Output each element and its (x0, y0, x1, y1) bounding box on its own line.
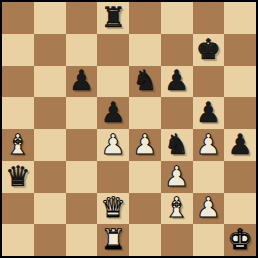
black-pawn-piece[interactable]: ♟ (164, 67, 189, 95)
square-g6[interactable] (193, 66, 225, 98)
white-pawn-piece[interactable]: ♟ (164, 163, 189, 191)
square-e4[interactable]: ♟ (129, 129, 161, 161)
black-pawn-piece[interactable]: ♟ (228, 131, 253, 159)
square-c1[interactable] (66, 224, 98, 256)
square-a1[interactable] (2, 224, 34, 256)
square-e5[interactable] (129, 97, 161, 129)
square-f2[interactable]: ♝ (161, 193, 193, 225)
square-b4[interactable] (34, 129, 66, 161)
square-f6[interactable]: ♟ (161, 66, 193, 98)
square-f5[interactable] (161, 97, 193, 129)
square-h4[interactable]: ♟ (224, 129, 256, 161)
square-g2[interactable]: ♟ (193, 193, 225, 225)
white-queen-piece[interactable]: ♛ (101, 194, 126, 222)
white-pawn-piece[interactable]: ♟ (196, 194, 221, 222)
square-a6[interactable] (2, 66, 34, 98)
black-pawn-piece[interactable]: ♟ (69, 67, 94, 95)
square-h7[interactable] (224, 34, 256, 66)
square-f4[interactable]: ♞ (161, 129, 193, 161)
white-king-piece[interactable]: ♚ (228, 226, 253, 254)
square-d3[interactable] (97, 161, 129, 193)
square-d5[interactable]: ♟ (97, 97, 129, 129)
black-rook-piece[interactable]: ♜ (101, 4, 126, 32)
square-g3[interactable] (193, 161, 225, 193)
square-a5[interactable] (2, 97, 34, 129)
black-queen-piece[interactable]: ♛ (5, 163, 30, 191)
square-d4[interactable]: ♟ (97, 129, 129, 161)
square-d7[interactable] (97, 34, 129, 66)
square-c5[interactable] (66, 97, 98, 129)
chess-board-grid: ♜♚♟♞♟♟♟♝♟♟♞♟♟♛♟♛♝♟♜♚ (2, 2, 256, 256)
square-b7[interactable] (34, 34, 66, 66)
square-b2[interactable] (34, 193, 66, 225)
square-c2[interactable] (66, 193, 98, 225)
square-d2[interactable]: ♛ (97, 193, 129, 225)
chess-board: ♜♚♟♞♟♟♟♝♟♟♞♟♟♛♟♛♝♟♜♚ (0, 0, 258, 258)
square-e3[interactable] (129, 161, 161, 193)
square-b5[interactable] (34, 97, 66, 129)
square-e1[interactable] (129, 224, 161, 256)
square-h2[interactable] (224, 193, 256, 225)
square-g1[interactable] (193, 224, 225, 256)
black-pawn-piece[interactable]: ♟ (196, 99, 221, 127)
white-pawn-piece[interactable]: ♟ (101, 131, 126, 159)
square-a2[interactable] (2, 193, 34, 225)
black-knight-piece[interactable]: ♞ (164, 131, 189, 159)
square-b3[interactable] (34, 161, 66, 193)
square-d8[interactable]: ♜ (97, 2, 129, 34)
white-pawn-piece[interactable]: ♟ (132, 131, 157, 159)
square-f8[interactable] (161, 2, 193, 34)
square-h1[interactable]: ♚ (224, 224, 256, 256)
square-e6[interactable]: ♞ (129, 66, 161, 98)
square-h3[interactable] (224, 161, 256, 193)
square-f3[interactable]: ♟ (161, 161, 193, 193)
black-pawn-piece[interactable]: ♟ (101, 99, 126, 127)
square-f1[interactable] (161, 224, 193, 256)
square-e7[interactable] (129, 34, 161, 66)
square-g5[interactable]: ♟ (193, 97, 225, 129)
square-a3[interactable]: ♛ (2, 161, 34, 193)
square-h5[interactable] (224, 97, 256, 129)
square-c7[interactable] (66, 34, 98, 66)
square-b1[interactable] (34, 224, 66, 256)
square-a7[interactable] (2, 34, 34, 66)
square-e2[interactable] (129, 193, 161, 225)
square-c6[interactable]: ♟ (66, 66, 98, 98)
square-h6[interactable] (224, 66, 256, 98)
white-pawn-piece[interactable]: ♟ (196, 131, 221, 159)
square-a8[interactable] (2, 2, 34, 34)
square-d1[interactable]: ♜ (97, 224, 129, 256)
white-bishop-piece[interactable]: ♝ (5, 131, 30, 159)
white-rook-piece[interactable]: ♜ (101, 226, 126, 254)
black-knight-piece[interactable]: ♞ (132, 67, 157, 95)
square-c3[interactable] (66, 161, 98, 193)
square-b6[interactable] (34, 66, 66, 98)
square-f7[interactable] (161, 34, 193, 66)
square-c4[interactable] (66, 129, 98, 161)
black-king-piece[interactable]: ♚ (196, 36, 221, 64)
square-c8[interactable] (66, 2, 98, 34)
square-g4[interactable]: ♟ (193, 129, 225, 161)
square-b8[interactable] (34, 2, 66, 34)
square-h8[interactable] (224, 2, 256, 34)
square-g8[interactable] (193, 2, 225, 34)
square-d6[interactable] (97, 66, 129, 98)
square-e8[interactable] (129, 2, 161, 34)
square-a4[interactable]: ♝ (2, 129, 34, 161)
square-g7[interactable]: ♚ (193, 34, 225, 66)
white-bishop-piece[interactable]: ♝ (164, 194, 189, 222)
